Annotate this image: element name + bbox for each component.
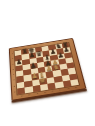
file-label-g: g	[66, 88, 70, 90]
rank-label-7: 7	[12, 58, 14, 60]
rank-label-5: 5	[12, 68, 14, 71]
piece-black-pawn: ♟	[49, 47, 56, 55]
square-f7: ♟	[49, 50, 57, 56]
piece-black-pawn: ♟	[57, 51, 64, 59]
chess-board: 87654321 abcdefgh ♜♚♞♜♟♛♟♟♟♝♟♟♟♟♟♞♟♝♚	[9, 38, 87, 101]
square-c5: ♟	[30, 63, 38, 69]
rank-label-4: 4	[13, 73, 15, 76]
piece-white-knight: ♞	[52, 63, 59, 71]
board-rotation-wrapper: 87654321 abcdefgh ♜♚♞♜♟♛♟♟♟♝♟♟♟♟♟♞♟♝♚	[44, 59, 84, 101]
file-label-h: h	[74, 86, 78, 88]
file-label-b: b	[28, 94, 31, 96]
rank-label-2: 2	[13, 85, 15, 88]
piece-black-pawn: ♟	[15, 58, 22, 66]
rank-label-8: 8	[11, 53, 13, 55]
piece-black-pawn: ♟	[63, 45, 70, 53]
file-label-a: a	[20, 95, 23, 97]
file-label-d: d	[43, 91, 46, 93]
rank-label-1: 1	[14, 90, 16, 93]
rank-label-3: 3	[13, 79, 15, 82]
square-h1	[70, 79, 79, 86]
piece-white-pawn: ♟	[45, 64, 52, 72]
square-h5	[65, 57, 73, 63]
board-perspective-wrapper: 87654321 abcdefgh ♜♚♞♜♟♛♟♟♟♝♟♟♟♟♟♞♟♝♚	[9, 38, 87, 101]
file-label-f: f	[58, 89, 62, 91]
file-label-c: c	[35, 92, 38, 94]
product-photo: 87654321 abcdefgh ♜♚♞♜♟♛♟♟♟♝♟♟♟♟♟♞♟♝♚	[0, 0, 95, 126]
file-label-e: e	[51, 90, 55, 92]
rank-label-6: 6	[12, 63, 14, 65]
piece-black-pawn: ♟	[30, 61, 37, 69]
